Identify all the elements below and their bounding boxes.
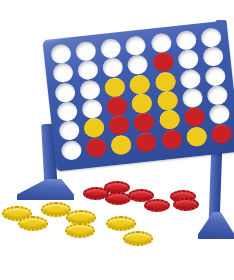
- connect-four-scene: ●●●●●●●●●●●●●●●●●●: [0, 0, 234, 280]
- loose-disc-yellow[interactable]: [106, 216, 136, 231]
- loose-disc-yellow[interactable]: [65, 223, 95, 238]
- loose-disc-red[interactable]: [105, 192, 131, 205]
- loose-disc-red[interactable]: [144, 199, 170, 212]
- loose-disc-yellow[interactable]: [123, 231, 153, 246]
- loose-discs-layer: [0, 0, 234, 280]
- loose-disc-yellow[interactable]: [18, 216, 48, 231]
- loose-disc-red[interactable]: [173, 198, 199, 211]
